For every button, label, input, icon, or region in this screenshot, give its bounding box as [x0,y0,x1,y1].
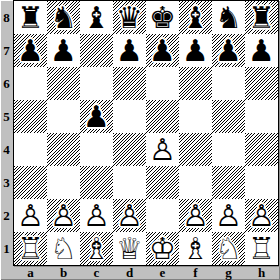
rank-label-3: 3 [0,166,13,199]
square-b7[interactable]: ♟ [47,34,80,67]
square-a3[interactable] [14,166,47,199]
square-g1[interactable]: ♞♘ [212,232,245,265]
piece-outline-glyph: ♙ [47,199,80,232]
square-h1[interactable]: ♜♖ [245,232,278,265]
square-f1[interactable]: ♝♗ [179,232,212,265]
file-label-a: a [14,265,47,280]
square-g8[interactable]: ♞ [212,1,245,34]
piece-outline-glyph: ♕ [113,232,146,265]
piece-outline-glyph: ♙ [212,199,245,232]
square-b5[interactable] [47,100,80,133]
square-a2[interactable]: ♟♙ [14,199,47,232]
black-knight[interactable]: ♞ [47,1,80,34]
piece-fill-glyph: ♟ [113,34,146,67]
piece-fill-glyph: ♟ [80,100,113,133]
piece-fill-glyph: ♝ [179,1,212,34]
square-e1[interactable]: ♚♔ [146,232,179,265]
black-pawn[interactable]: ♟ [113,34,146,67]
file-label-b: b [47,265,80,280]
white-pawn[interactable]: ♟♙ [113,199,146,232]
square-d4[interactable] [113,133,146,166]
rank-labels: 87654321 [0,1,13,265]
square-c5[interactable]: ♟ [80,100,113,133]
white-pawn[interactable]: ♟♙ [47,199,80,232]
square-d3[interactable] [113,166,146,199]
square-e5[interactable] [146,100,179,133]
black-pawn[interactable]: ♟ [47,34,80,67]
piece-fill-glyph: ♜ [14,1,47,34]
square-b3[interactable] [47,166,80,199]
black-pawn[interactable]: ♟ [146,34,179,67]
white-pawn[interactable]: ♟♙ [212,199,245,232]
square-c4[interactable] [80,133,113,166]
piece-outline-glyph: ♙ [14,199,47,232]
piece-outline-glyph: ♘ [47,232,80,265]
black-rook[interactable]: ♜ [14,1,47,34]
white-queen[interactable]: ♛♕ [113,232,146,265]
black-pawn[interactable]: ♟ [179,34,212,67]
white-bishop[interactable]: ♝♗ [80,232,113,265]
piece-fill-glyph: ♟ [14,34,47,67]
piece-fill-glyph: ♝ [80,1,113,34]
piece-outline-glyph: ♘ [212,232,245,265]
rank-label-4: 4 [0,133,13,166]
black-knight[interactable]: ♞ [212,1,245,34]
white-pawn[interactable]: ♟♙ [146,133,179,166]
rank-label-7: 7 [0,34,13,67]
square-b8[interactable]: ♞ [47,1,80,34]
piece-fill-glyph: ♟ [245,34,278,67]
square-e4[interactable]: ♟♙ [146,133,179,166]
square-a4[interactable] [14,133,47,166]
square-b4[interactable] [47,133,80,166]
square-e8[interactable]: ♚ [146,1,179,34]
piece-fill-glyph: ♞ [47,1,80,34]
white-king[interactable]: ♚♔ [146,232,179,265]
rank-label-8: 8 [0,1,13,34]
white-pawn[interactable]: ♟♙ [245,199,278,232]
piece-fill-glyph: ♞ [212,1,245,34]
square-g6[interactable] [212,67,245,100]
piece-fill-glyph: ♟ [212,34,245,67]
white-pawn[interactable]: ♟♙ [179,199,212,232]
square-h3[interactable] [245,166,278,199]
piece-fill-glyph: ♟ [47,34,80,67]
square-c1[interactable]: ♝♗ [80,232,113,265]
piece-outline-glyph: ♖ [245,232,278,265]
black-king[interactable]: ♚ [146,1,179,34]
square-f7[interactable]: ♟ [179,34,212,67]
black-bishop[interactable]: ♝ [179,1,212,34]
square-f2[interactable]: ♟♙ [179,199,212,232]
square-d7[interactable]: ♟ [113,34,146,67]
piece-outline-glyph: ♙ [80,199,113,232]
file-label-c: c [80,265,113,280]
square-a5[interactable] [14,100,47,133]
square-a8[interactable]: ♜ [14,1,47,34]
chess-diagram-frame: 87654321 ♜♞♝♛♚♝♞♜♟♟♟♟♟♟♟♟♟♙♟♙♟♙♟♙♟♙♟♙♟♙♟… [0,0,280,280]
square-h8[interactable]: ♜ [245,1,278,34]
piece-outline-glyph: ♙ [113,199,146,232]
piece-outline-glyph: ♙ [245,199,278,232]
rank-label-2: 2 [0,199,13,232]
chess-board[interactable]: ♜♞♝♛♚♝♞♜♟♟♟♟♟♟♟♟♟♙♟♙♟♙♟♙♟♙♟♙♟♙♟♙♜♖♞♘♝♗♛♕… [13,0,279,266]
square-g2[interactable]: ♟♙ [212,199,245,232]
piece-outline-glyph: ♗ [179,232,212,265]
square-f4[interactable] [179,133,212,166]
file-label-f: f [179,265,212,280]
piece-fill-glyph: ♛ [113,1,146,34]
white-rook[interactable]: ♜♖ [245,232,278,265]
square-f6[interactable] [179,67,212,100]
piece-outline-glyph: ♙ [179,199,212,232]
file-label-e: e [146,265,179,280]
square-g7[interactable]: ♟ [212,34,245,67]
square-c2[interactable]: ♟♙ [80,199,113,232]
piece-outline-glyph: ♖ [14,232,47,265]
square-h5[interactable] [245,100,278,133]
black-rook[interactable]: ♜ [245,1,278,34]
square-e7[interactable]: ♟ [146,34,179,67]
white-rook[interactable]: ♜♖ [14,232,47,265]
square-f5[interactable] [179,100,212,133]
black-bishop[interactable]: ♝ [80,1,113,34]
square-g5[interactable] [212,100,245,133]
square-a6[interactable] [14,67,47,100]
square-b6[interactable] [47,67,80,100]
square-e2[interactable] [146,199,179,232]
piece-outline-glyph: ♙ [146,133,179,166]
black-queen[interactable]: ♛ [113,1,146,34]
square-f8[interactable]: ♝ [179,1,212,34]
white-pawn[interactable]: ♟♙ [14,199,47,232]
file-labels: abcdefgh [14,265,278,280]
square-g4[interactable] [212,133,245,166]
square-c8[interactable]: ♝ [80,1,113,34]
rank-label-5: 5 [0,100,13,133]
square-d6[interactable] [113,67,146,100]
piece-outline-glyph: ♔ [146,232,179,265]
white-knight[interactable]: ♞♘ [212,232,245,265]
square-d5[interactable] [113,100,146,133]
white-knight[interactable]: ♞♘ [47,232,80,265]
square-h2[interactable]: ♟♙ [245,199,278,232]
black-pawn[interactable]: ♟ [14,34,47,67]
square-d1[interactable]: ♛♕ [113,232,146,265]
square-d8[interactable]: ♛ [113,1,146,34]
square-h6[interactable] [245,67,278,100]
file-label-h: h [245,265,278,280]
square-f3[interactable] [179,166,212,199]
black-pawn[interactable]: ♟ [80,100,113,133]
rank-label-1: 1 [0,232,13,265]
square-d2[interactable]: ♟♙ [113,199,146,232]
square-c3[interactable] [80,166,113,199]
square-h7[interactable]: ♟ [245,34,278,67]
piece-fill-glyph: ♟ [179,34,212,67]
square-a1[interactable]: ♜♖ [14,232,47,265]
file-label-d: d [113,265,146,280]
rank-label-6: 6 [0,67,13,100]
file-label-g: g [212,265,245,280]
square-b2[interactable]: ♟♙ [47,199,80,232]
piece-fill-glyph: ♜ [245,1,278,34]
square-e6[interactable] [146,67,179,100]
square-b1[interactable]: ♞♘ [47,232,80,265]
white-bishop[interactable]: ♝♗ [179,232,212,265]
square-c7[interactable] [80,34,113,67]
square-a7[interactable]: ♟ [14,34,47,67]
piece-outline-glyph: ♗ [80,232,113,265]
black-pawn[interactable]: ♟ [245,34,278,67]
square-g3[interactable] [212,166,245,199]
square-e3[interactable] [146,166,179,199]
square-c6[interactable] [80,67,113,100]
white-pawn[interactable]: ♟♙ [80,199,113,232]
piece-fill-glyph: ♚ [146,1,179,34]
piece-fill-glyph: ♟ [146,34,179,67]
black-pawn[interactable]: ♟ [212,34,245,67]
square-h4[interactable] [245,133,278,166]
